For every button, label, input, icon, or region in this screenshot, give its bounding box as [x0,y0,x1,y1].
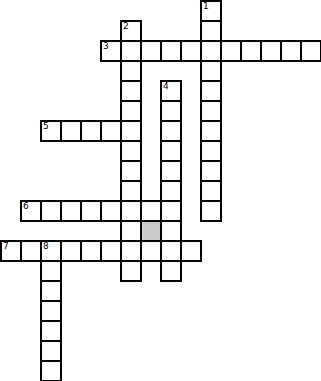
crossword-cell[interactable] [160,160,182,182]
crossword-cell[interactable] [160,40,182,62]
crossword-cell[interactable] [60,240,82,262]
crossword-cell[interactable] [260,40,282,62]
crossword-cell[interactable] [200,0,222,22]
crossword-cell[interactable] [120,240,142,262]
crossword-cell[interactable] [200,40,222,62]
crossword-cell[interactable] [40,320,62,342]
crossword-cell[interactable] [100,40,122,62]
crossword-cell[interactable] [40,260,62,282]
crossword-cell[interactable] [200,100,222,122]
crossword-cell[interactable] [200,20,222,42]
crossword-cell[interactable] [160,260,182,282]
crossword-cell[interactable] [300,40,321,62]
crossword-cell[interactable] [200,80,222,102]
crossword-cell[interactable] [120,200,142,222]
crossword-cell[interactable] [120,140,142,162]
crossword-cell[interactable] [180,240,202,262]
crossword-cell[interactable] [140,40,162,62]
crossword-cell[interactable] [240,40,262,62]
crossword-cell[interactable] [80,120,102,142]
crossword-board: 12345678 [0,0,321,381]
crossword-cell[interactable] [20,200,42,222]
crossword-cell[interactable] [80,200,102,222]
crossword-cell[interactable] [120,40,142,62]
crossword-cell[interactable] [40,340,62,362]
crossword-cell[interactable] [120,160,142,182]
crossword-cell[interactable] [60,200,82,222]
crossword-cell[interactable] [140,240,162,262]
crossword-cell[interactable] [120,60,142,82]
crossword-cell[interactable] [160,80,182,102]
crossword-cell[interactable] [40,240,62,262]
crossword-cell[interactable] [0,240,22,262]
crossword-cell[interactable] [160,220,182,242]
crossword-cell[interactable] [20,240,42,262]
crossword-cell[interactable] [40,360,62,381]
crossword-cell[interactable] [120,120,142,142]
crossword-cell[interactable] [100,240,122,262]
crossword-cell[interactable] [140,200,162,222]
crossword-cell[interactable] [200,200,222,222]
crossword-cell[interactable] [80,240,102,262]
crossword-cell[interactable] [160,100,182,122]
crossword-cell[interactable] [40,120,62,142]
crossword-cell[interactable] [200,120,222,142]
crossword-cell[interactable] [120,20,142,42]
crossword-cell[interactable] [280,40,302,62]
crossword-cell[interactable] [120,260,142,282]
crossword-cell[interactable] [160,120,182,142]
crossword-cell[interactable] [40,200,62,222]
crossword-cell[interactable] [120,180,142,202]
blocked-cell [140,220,162,242]
crossword-cell[interactable] [200,140,222,162]
crossword-cell[interactable] [60,120,82,142]
crossword-cell[interactable] [180,40,202,62]
crossword-cell[interactable] [160,140,182,162]
crossword-cell[interactable] [160,240,182,262]
crossword-cell[interactable] [120,80,142,102]
crossword-cell[interactable] [200,60,222,82]
crossword-cell[interactable] [120,100,142,122]
crossword-cell[interactable] [40,300,62,322]
crossword-cell[interactable] [120,220,142,242]
crossword-cell[interactable] [40,280,62,302]
crossword-cell[interactable] [200,160,222,182]
crossword-cell[interactable] [100,200,122,222]
crossword-cell[interactable] [160,200,182,222]
crossword-cell[interactable] [220,40,242,62]
crossword-cell[interactable] [160,180,182,202]
crossword-cell[interactable] [200,180,222,202]
crossword-cell[interactable] [100,120,122,142]
